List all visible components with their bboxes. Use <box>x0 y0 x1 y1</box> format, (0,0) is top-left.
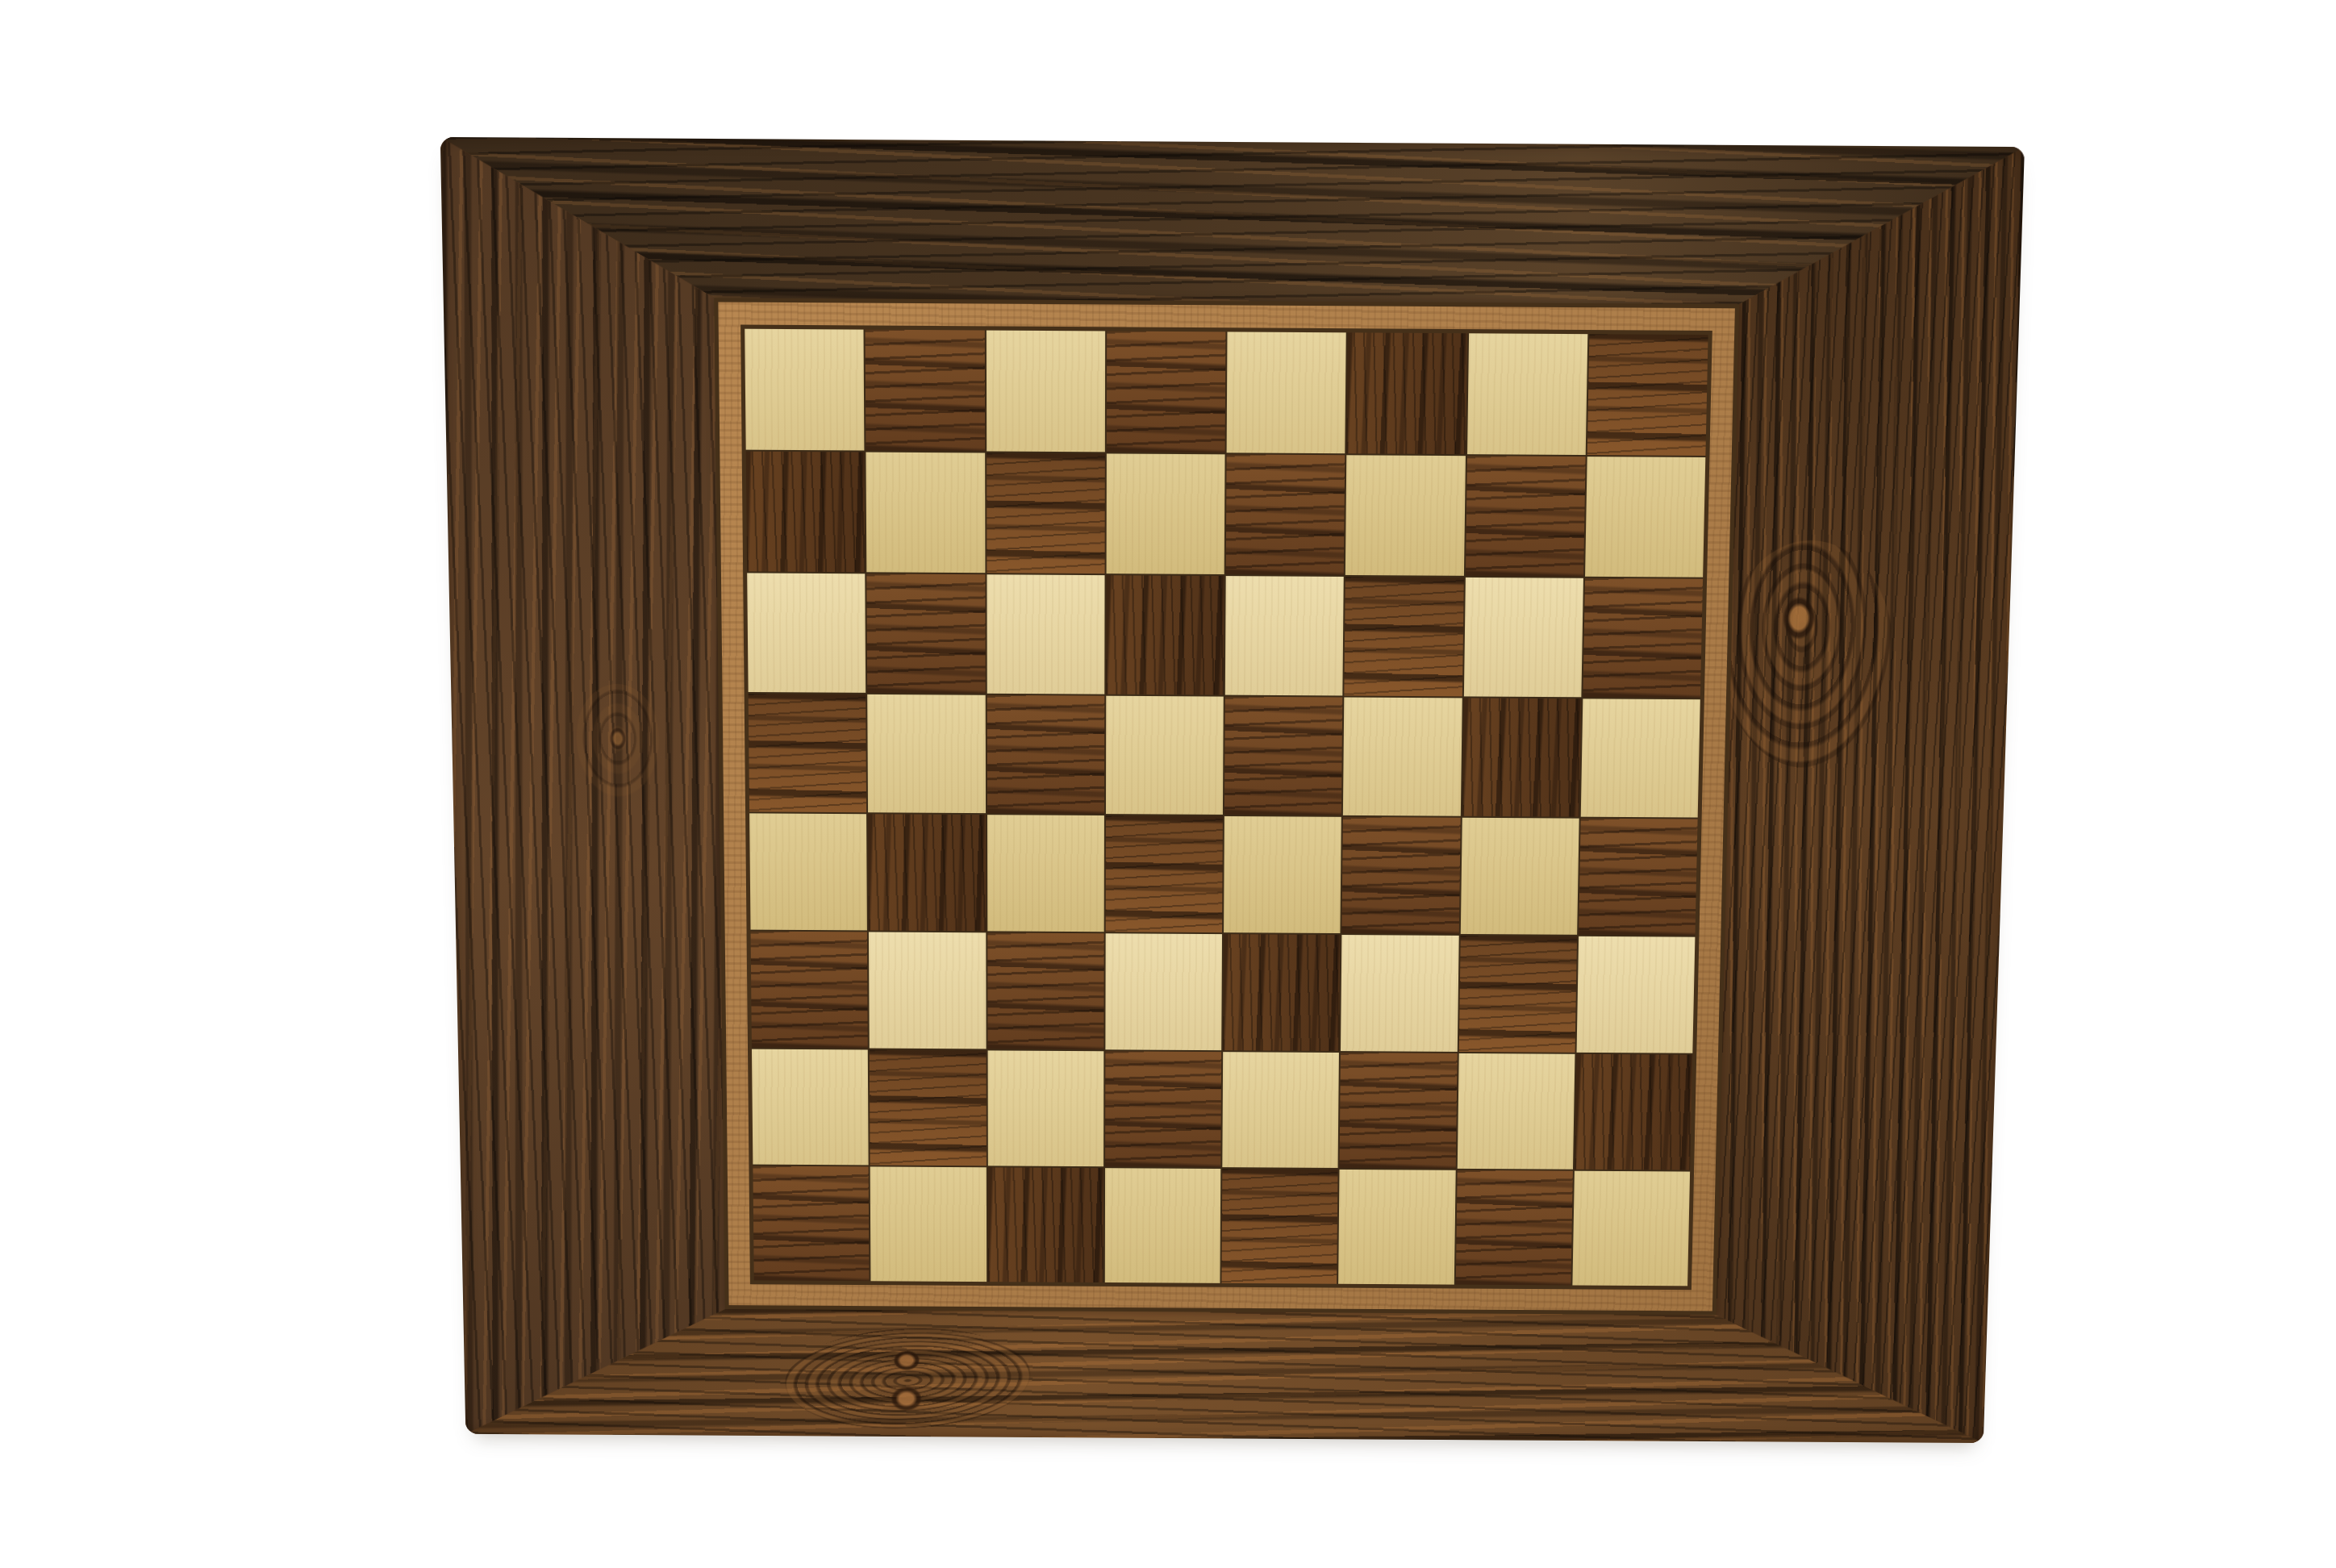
square-c2 <box>987 1051 1103 1167</box>
square-a6 <box>747 573 866 692</box>
square-g8 <box>1467 333 1588 455</box>
square-a1 <box>753 1166 869 1282</box>
square-b2 <box>870 1050 986 1166</box>
square-c5 <box>987 694 1104 813</box>
square-c3 <box>987 933 1104 1050</box>
square-d3 <box>1105 934 1222 1051</box>
square-a4 <box>749 813 867 931</box>
square-e1 <box>1221 1169 1337 1284</box>
square-a7 <box>746 452 866 573</box>
square-e4 <box>1224 815 1341 933</box>
square-g4 <box>1460 817 1579 935</box>
square-g6 <box>1463 578 1583 697</box>
square-b5 <box>867 694 985 813</box>
square-f4 <box>1342 816 1461 934</box>
square-g7 <box>1465 456 1585 576</box>
square-e3 <box>1223 935 1340 1052</box>
square-a8 <box>745 329 864 451</box>
square-e6 <box>1225 576 1344 695</box>
square-h2 <box>1575 1054 1693 1170</box>
square-h1 <box>1572 1171 1690 1287</box>
square-h4 <box>1579 818 1698 936</box>
square-b1 <box>870 1167 987 1282</box>
square-c6 <box>987 574 1104 694</box>
checkerboard <box>740 325 1712 1291</box>
square-g1 <box>1455 1170 1572 1286</box>
square-f1 <box>1338 1170 1455 1285</box>
square-b6 <box>867 573 986 693</box>
square-d1 <box>1105 1168 1221 1283</box>
square-h6 <box>1583 578 1703 698</box>
square-a5 <box>749 694 867 812</box>
square-f8 <box>1347 332 1467 454</box>
square-e5 <box>1224 696 1343 815</box>
square-b8 <box>866 330 985 452</box>
square-h7 <box>1585 457 1706 577</box>
square-e7 <box>1226 454 1345 574</box>
square-f3 <box>1341 935 1458 1052</box>
square-c8 <box>986 331 1105 452</box>
square-c1 <box>987 1167 1103 1282</box>
square-b3 <box>869 932 986 1049</box>
square-a3 <box>751 932 868 1049</box>
square-g3 <box>1458 936 1577 1053</box>
square-h5 <box>1580 699 1700 817</box>
square-h3 <box>1576 936 1695 1053</box>
square-h8 <box>1587 334 1708 456</box>
square-b4 <box>868 814 985 932</box>
square-d8 <box>1107 331 1226 452</box>
square-d4 <box>1105 815 1222 933</box>
square-e2 <box>1222 1052 1339 1168</box>
square-b7 <box>866 452 985 572</box>
inlay-border <box>714 298 1739 1315</box>
square-g2 <box>1457 1053 1575 1170</box>
square-f6 <box>1345 577 1464 696</box>
square-d6 <box>1106 575 1224 694</box>
square-d7 <box>1106 453 1224 573</box>
square-f5 <box>1343 697 1462 815</box>
square-f7 <box>1345 455 1465 575</box>
square-e8 <box>1227 332 1346 453</box>
square-d5 <box>1106 695 1224 814</box>
square-g5 <box>1462 698 1581 816</box>
square-c4 <box>987 815 1104 932</box>
chessboard <box>440 137 2025 1443</box>
square-c7 <box>987 452 1105 573</box>
square-a2 <box>752 1049 869 1166</box>
square-f2 <box>1340 1053 1457 1169</box>
photo-background <box>0 0 2336 1568</box>
square-d2 <box>1105 1052 1221 1168</box>
